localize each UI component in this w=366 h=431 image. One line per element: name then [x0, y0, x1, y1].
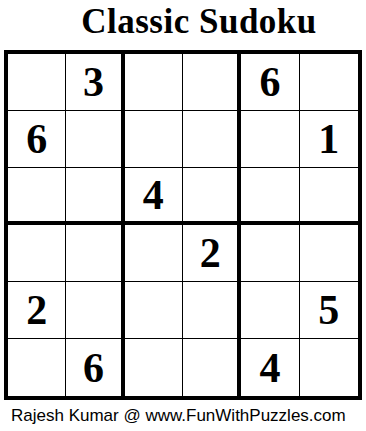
page-title: Classic Sudoku	[0, 2, 366, 42]
cell-r1c2[interactable]: 3	[66, 54, 124, 111]
cell-r3c5[interactable]	[241, 168, 299, 225]
cell-r5c1[interactable]: 2	[8, 282, 66, 339]
credit-text: Rajesh Kumar @ www.FunWithPuzzles.com	[11, 406, 346, 426]
cell-r1c6[interactable]	[300, 54, 358, 111]
cell-r4c3[interactable]	[125, 225, 183, 282]
cell-r6c2[interactable]: 6	[66, 339, 124, 396]
cell-r4c4[interactable]: 2	[183, 225, 241, 282]
cell-r3c4[interactable]	[183, 168, 241, 225]
cell-r5c2[interactable]	[66, 282, 124, 339]
cell-r1c3[interactable]	[125, 54, 183, 111]
cell-r3c1[interactable]	[8, 168, 66, 225]
cell-r2c3[interactable]	[125, 111, 183, 168]
cell-r4c6[interactable]	[300, 225, 358, 282]
cell-r5c3[interactable]	[125, 282, 183, 339]
cell-r6c4[interactable]	[183, 339, 241, 396]
cell-r3c3[interactable]: 4	[125, 168, 183, 225]
cell-r4c2[interactable]	[66, 225, 124, 282]
cell-r4c5[interactable]	[241, 225, 299, 282]
cell-r6c5[interactable]: 4	[241, 339, 299, 396]
sudoku-board: 3661422564	[4, 50, 362, 400]
cell-r5c5[interactable]	[241, 282, 299, 339]
cell-r6c3[interactable]	[125, 339, 183, 396]
cell-r4c1[interactable]	[8, 225, 66, 282]
cell-r6c1[interactable]	[8, 339, 66, 396]
cell-r3c2[interactable]	[66, 168, 124, 225]
cell-r1c1[interactable]	[8, 54, 66, 111]
cell-r6c6[interactable]	[300, 339, 358, 396]
cell-r2c6[interactable]: 1	[300, 111, 358, 168]
cell-r1c5[interactable]: 6	[241, 54, 299, 111]
cell-r5c6[interactable]: 5	[300, 282, 358, 339]
cell-r1c4[interactable]	[183, 54, 241, 111]
cell-r2c4[interactable]	[183, 111, 241, 168]
cell-r2c1[interactable]: 6	[8, 111, 66, 168]
cell-r5c4[interactable]	[183, 282, 241, 339]
cell-r2c5[interactable]	[241, 111, 299, 168]
cell-r2c2[interactable]	[66, 111, 124, 168]
cell-r3c6[interactable]	[300, 168, 358, 225]
